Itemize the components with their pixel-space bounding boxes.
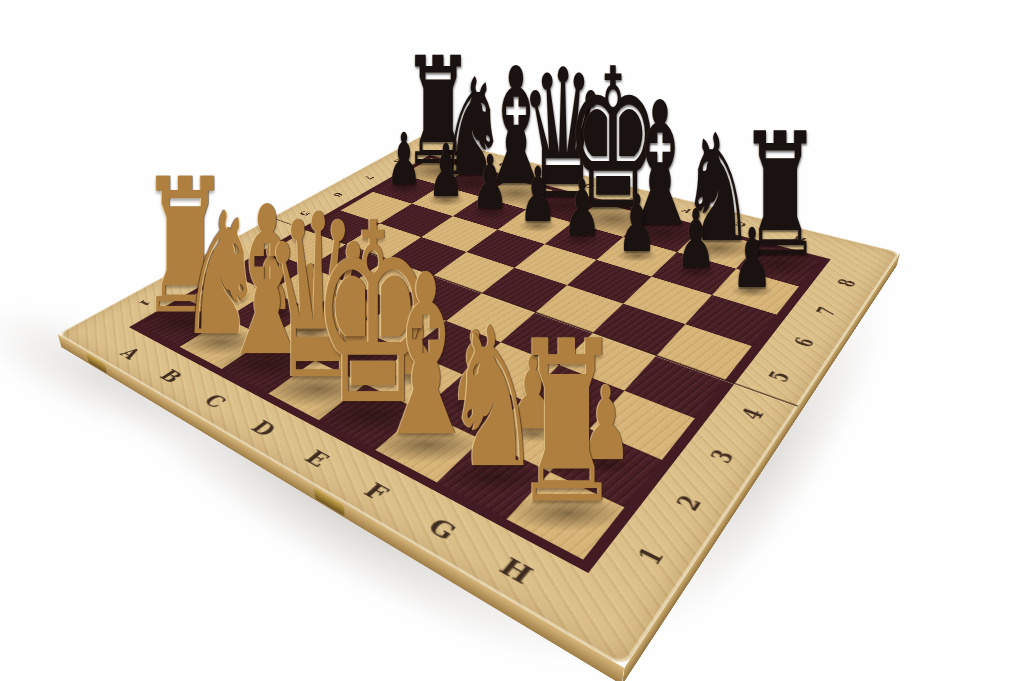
- piece-white-rook-h1[interactable]: ♜: [513, 312, 623, 535]
- piece-black-pawn-f7[interactable]: ♟: [617, 185, 656, 264]
- piece-black-pawn-g7[interactable]: ♟: [676, 200, 716, 281]
- piece-black-pawn-h7[interactable]: ♟: [732, 216, 773, 299]
- piece-black-pawn-d7[interactable]: ♟: [519, 158, 556, 234]
- photo-stage: AABBCCDDEEFFGGHH1122334455667788 ♜♞♝♛♚♝♞…: [0, 0, 1024, 681]
- piece-black-pawn-e7[interactable]: ♟: [563, 171, 601, 248]
- piece-black-pawn-c7[interactable]: ♟: [472, 146, 509, 220]
